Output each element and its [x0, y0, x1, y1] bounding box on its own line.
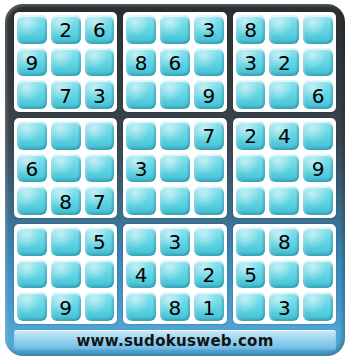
cell-r2c7: 3: [236, 48, 266, 77]
cell-r9c8: 3: [269, 292, 299, 321]
cell-r1c4[interactable]: [126, 15, 156, 44]
cell-digit: 9: [59, 298, 72, 318]
cell-r7c3: 5: [85, 227, 115, 256]
cell-digit: 7: [59, 86, 72, 106]
cell-r4c2[interactable]: [51, 121, 81, 150]
cell-r8c6: 2: [194, 260, 224, 289]
cell-r1c7: 8: [236, 15, 266, 44]
cell-digit: 3: [93, 86, 106, 106]
cell-r8c4: 4: [126, 260, 156, 289]
cell-r9c1[interactable]: [17, 292, 47, 321]
cell-r2c4: 8: [126, 48, 156, 77]
cell-digit: 2: [59, 20, 72, 40]
cell-r7c9[interactable]: [303, 227, 333, 256]
cell-r1c6: 3: [194, 15, 224, 44]
cell-r3c9: 6: [303, 80, 333, 109]
cell-r6c1[interactable]: [17, 186, 47, 215]
cell-r1c3: 6: [85, 15, 115, 44]
cell-r8c2[interactable]: [51, 260, 81, 289]
cell-r4c4[interactable]: [126, 121, 156, 150]
cell-r4c5[interactable]: [160, 121, 190, 150]
cell-r7c2[interactable]: [51, 227, 81, 256]
cell-digit: 9: [312, 159, 325, 179]
cell-r6c3: 7: [85, 186, 115, 215]
cell-r9c6: 1: [194, 292, 224, 321]
cell-r4c1[interactable]: [17, 121, 47, 150]
cell-r5c2[interactable]: [51, 154, 81, 183]
block-r3c2: 34281: [123, 224, 226, 324]
cell-digit: 8: [278, 232, 291, 252]
cell-r8c5[interactable]: [160, 260, 190, 289]
cell-r7c5: 3: [160, 227, 190, 256]
cell-r3c2: 7: [51, 80, 81, 109]
cell-r5c4: 3: [126, 154, 156, 183]
cell-r9c3[interactable]: [85, 292, 115, 321]
cell-r7c8: 8: [269, 227, 299, 256]
block-r3c1: 59: [14, 224, 117, 324]
cell-r4c8: 4: [269, 121, 299, 150]
cell-r9c9[interactable]: [303, 292, 333, 321]
cell-r4c7: 2: [236, 121, 266, 150]
cell-r2c1: 9: [17, 48, 47, 77]
cell-r6c4[interactable]: [126, 186, 156, 215]
cell-r1c8[interactable]: [269, 15, 299, 44]
cell-r9c2: 9: [51, 292, 81, 321]
cell-r1c9[interactable]: [303, 15, 333, 44]
cell-r5c8[interactable]: [269, 154, 299, 183]
cell-r5c3[interactable]: [85, 154, 115, 183]
cell-r3c5[interactable]: [160, 80, 190, 109]
cell-r2c9[interactable]: [303, 48, 333, 77]
cell-digit: 6: [312, 86, 325, 106]
cell-digit: 3: [169, 232, 182, 252]
cell-digit: 8: [169, 298, 182, 318]
cell-digit: 2: [278, 53, 291, 73]
cell-r3c7[interactable]: [236, 80, 266, 109]
cell-digit: 6: [169, 53, 182, 73]
cell-digit: 3: [244, 53, 257, 73]
cell-digit: 1: [202, 298, 215, 318]
cell-r6c7[interactable]: [236, 186, 266, 215]
cell-r8c8[interactable]: [269, 260, 299, 289]
cell-r2c5: 6: [160, 48, 190, 77]
cell-digit: 7: [93, 192, 106, 212]
cell-r5c5[interactable]: [160, 154, 190, 183]
block-r1c1: 26973: [14, 12, 117, 112]
cell-digit: 8: [135, 53, 148, 73]
block-r2c3: 249: [233, 118, 336, 218]
sudoku-board: 26973 3869 8326 687 73 249 59 34281 853: [14, 12, 336, 324]
cell-r4c9[interactable]: [303, 121, 333, 150]
cell-digit: 8: [244, 20, 257, 40]
cell-r2c8: 2: [269, 48, 299, 77]
cell-r7c4[interactable]: [126, 227, 156, 256]
cell-r4c3[interactable]: [85, 121, 115, 150]
cell-r6c2: 8: [51, 186, 81, 215]
cell-r4c6: 7: [194, 121, 224, 150]
board-frame: 26973 3869 8326 687 73 249 59 34281 853 …: [5, 4, 345, 356]
cell-digit: 2: [202, 265, 215, 285]
cell-digit: 4: [135, 265, 148, 285]
cell-r6c5[interactable]: [160, 186, 190, 215]
block-r2c2: 73: [123, 118, 226, 218]
cell-r5c9: 9: [303, 154, 333, 183]
cell-r8c7: 5: [236, 260, 266, 289]
cell-r1c1[interactable]: [17, 15, 47, 44]
block-r1c3: 8326: [233, 12, 336, 112]
site-link[interactable]: www.sudokusweb.com: [14, 330, 336, 351]
cell-r6c8[interactable]: [269, 186, 299, 215]
block-r2c1: 687: [14, 118, 117, 218]
cell-r6c9[interactable]: [303, 186, 333, 215]
cell-r7c6[interactable]: [194, 227, 224, 256]
block-r3c3: 853: [233, 224, 336, 324]
cell-digit: 8: [59, 192, 72, 212]
cell-digit: 9: [26, 53, 39, 73]
cell-r9c7[interactable]: [236, 292, 266, 321]
sudoku-widget: 26973 3869 8326 687 73 249 59 34281 853 …: [0, 0, 350, 360]
cell-r9c5: 8: [160, 292, 190, 321]
cell-digit: 6: [93, 20, 106, 40]
cell-r2c6[interactable]: [194, 48, 224, 77]
cell-digit: 4: [278, 126, 291, 146]
cell-r2c2[interactable]: [51, 48, 81, 77]
cell-r5c1: 6: [17, 154, 47, 183]
cell-r3c4[interactable]: [126, 80, 156, 109]
cell-r7c1[interactable]: [17, 227, 47, 256]
cell-r3c3: 3: [85, 80, 115, 109]
cell-r5c6[interactable]: [194, 154, 224, 183]
cell-digit: 9: [202, 86, 215, 106]
cell-r3c1[interactable]: [17, 80, 47, 109]
cell-r3c6: 9: [194, 80, 224, 109]
cell-r2c3[interactable]: [85, 48, 115, 77]
cell-digit: 3: [278, 298, 291, 318]
cell-digit: 3: [202, 20, 215, 40]
cell-r8c1[interactable]: [17, 260, 47, 289]
cell-r3c8[interactable]: [269, 80, 299, 109]
cell-r7c7[interactable]: [236, 227, 266, 256]
cell-r9c4[interactable]: [126, 292, 156, 321]
cell-digit: 3: [135, 159, 148, 179]
cell-digit: 7: [202, 126, 215, 146]
cell-digit: 5: [244, 265, 257, 285]
cell-digit: 5: [93, 232, 106, 252]
cell-digit: 6: [26, 159, 39, 179]
cell-r8c3[interactable]: [85, 260, 115, 289]
cell-r1c2: 2: [51, 15, 81, 44]
cell-digit: 2: [244, 126, 257, 146]
cell-r6c6[interactable]: [194, 186, 224, 215]
cell-r8c9[interactable]: [303, 260, 333, 289]
block-r1c2: 3869: [123, 12, 226, 112]
cell-r5c7[interactable]: [236, 154, 266, 183]
cell-r1c5[interactable]: [160, 15, 190, 44]
